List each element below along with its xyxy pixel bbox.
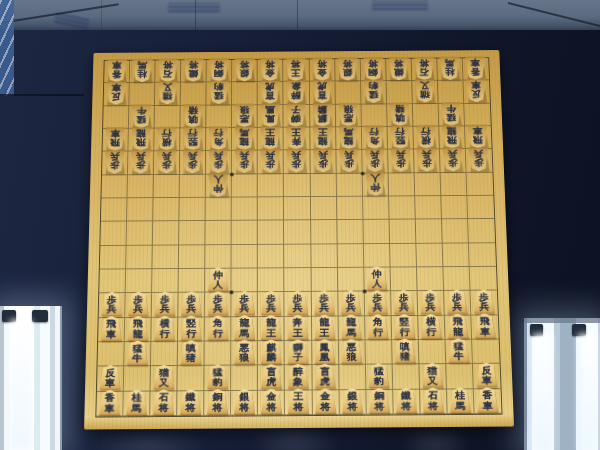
board-square: 猛豹 <box>205 366 232 391</box>
board-square: 歩兵 <box>102 152 128 175</box>
board-square: 麒麟 <box>258 341 285 366</box>
shogi-piece: 猫又 <box>152 365 175 391</box>
board-square: 悪狼 <box>338 340 365 365</box>
board-square <box>364 244 391 268</box>
board-square: 歩兵 <box>99 293 126 317</box>
board-square: 飛龍 <box>125 317 152 342</box>
board-square: 龍王 <box>310 127 336 150</box>
piece-kanji: 醉 <box>291 92 301 101</box>
board-square: 獅子 <box>285 341 312 366</box>
board-square <box>388 173 415 197</box>
board-square: 歩兵 <box>391 291 418 315</box>
piece-kanji: 王 <box>318 128 328 137</box>
piece-kanji: 車 <box>112 84 122 93</box>
piece-kanji: 仲 <box>370 183 380 192</box>
piece-kanji: 王 <box>266 328 276 337</box>
board-square: 歩兵 <box>205 293 232 317</box>
piece-kanji: 歩 <box>136 162 146 171</box>
piece-kanji: 歩 <box>162 161 172 170</box>
piece-kanji: 虎 <box>266 378 276 387</box>
piece-kanji: 子 <box>293 353 303 362</box>
board-square <box>310 173 336 197</box>
piece-kanji: 麒 <box>266 343 276 352</box>
piece-kanji: 王 <box>320 328 330 337</box>
piece-kanji: 狼 <box>239 353 249 362</box>
piece-kanji: 王 <box>266 128 276 137</box>
board-square: 石将 <box>150 391 177 416</box>
fluorescent-light-left <box>0 306 62 450</box>
piece-kanji: 嗔 <box>400 342 410 351</box>
glass-glare <box>400 425 470 450</box>
board-square: 嗔猪 <box>387 104 413 127</box>
piece-kanji: 龍 <box>447 127 457 136</box>
piece-kanji: 仲 <box>213 271 223 280</box>
board-square: 猛牛 <box>129 106 155 129</box>
piece-kanji: 鐵 <box>189 70 199 79</box>
shogi-piece: 歩兵 <box>393 290 416 315</box>
piece-kanji: 龍 <box>346 318 356 327</box>
piece-kanji: 鐵 <box>394 68 404 77</box>
piece-kanji: 歩 <box>188 161 198 170</box>
shogi-piece: 歩兵 <box>313 290 335 315</box>
piece-kanji: 又 <box>163 84 173 93</box>
piece-kanji: 狼 <box>347 352 357 361</box>
piece-kanji: 猪 <box>188 106 198 115</box>
board-square: 盲虎 <box>312 365 339 390</box>
piece-kanji: 銀 <box>343 69 353 78</box>
piece-kanji: 龍 <box>136 129 146 138</box>
piece-kanji: 盲 <box>317 92 327 101</box>
board-square: 猛豹 <box>366 365 393 390</box>
piece-kanji: 石 <box>159 393 169 402</box>
piece-kanji: 龍 <box>240 319 250 328</box>
cabinet-seam <box>101 0 102 30</box>
piece-kanji: 馬 <box>455 401 465 411</box>
shogi-piece: 歩兵 <box>287 291 309 316</box>
board-square: 奔王 <box>285 316 312 341</box>
piece-kanji: 将 <box>293 402 303 412</box>
board-square <box>181 83 207 106</box>
board-square <box>389 220 416 244</box>
piece-kanji: 兵 <box>292 151 302 160</box>
shogi-piece: 竪行 <box>180 316 202 341</box>
piece-kanji: 兵 <box>346 304 356 313</box>
board-square <box>258 197 284 221</box>
board-square <box>128 175 154 199</box>
board-square <box>205 341 232 366</box>
piece-kanji: 銀 <box>347 392 357 401</box>
piece-kanji: 猛 <box>132 344 142 353</box>
board-square: 仲人 <box>362 173 389 197</box>
shogi-piece: 龍王 <box>260 315 282 340</box>
glass-glare <box>90 430 210 450</box>
board-square <box>284 220 310 244</box>
board-square <box>392 365 419 390</box>
shogi-piece: 飛車 <box>473 313 496 338</box>
piece-kanji: 盲 <box>266 92 276 101</box>
shogi-piece: 猛豹 <box>367 363 390 389</box>
board-square: 銀将 <box>232 60 258 83</box>
shogi-piece: 歩兵 <box>127 292 150 317</box>
board-square <box>438 81 464 104</box>
piece-kanji: 兵 <box>447 150 457 159</box>
piece-kanji: 馬 <box>343 128 353 137</box>
piece-kanji: 虎 <box>266 83 276 92</box>
shogi-piece: 猫又 <box>421 363 444 389</box>
piece-kanji: 行 <box>214 129 224 138</box>
piece-kanji: 将 <box>266 60 275 69</box>
piece-kanji: 豹 <box>368 82 378 91</box>
light-tube <box>533 334 552 450</box>
board-square: 横行 <box>151 317 178 342</box>
piece-kanji: 悪 <box>346 343 356 352</box>
board-square <box>390 243 417 267</box>
shogi-piece: 麒麟 <box>260 339 282 364</box>
shogi-piece: 香車 <box>98 390 121 416</box>
board-square: 猛牛 <box>124 342 151 367</box>
piece-kanji: 兵 <box>133 305 143 314</box>
piece-kanji: 行 <box>426 327 436 336</box>
piece-kanji: 麟 <box>317 105 327 114</box>
piece-kanji: 銅 <box>214 70 224 79</box>
board-square <box>311 244 338 268</box>
shogi-piece: 反車 <box>99 365 122 391</box>
board-square <box>361 104 387 127</box>
board-square: 銀将 <box>231 390 258 415</box>
board-square: 歩兵 <box>388 150 415 173</box>
board-square <box>99 269 126 293</box>
board-square <box>363 196 390 220</box>
shogi-piece: 仲人 <box>207 267 229 292</box>
board-square: 歩兵 <box>336 150 362 173</box>
board-square: 歩兵 <box>154 151 180 174</box>
piece-kanji: 兵 <box>266 304 276 313</box>
board-square <box>285 268 312 292</box>
piece-kanji: 人 <box>370 174 380 183</box>
board-square: 桂馬 <box>447 389 475 414</box>
piece-kanji: 嗔 <box>186 344 196 353</box>
board-square: 歩兵 <box>466 149 493 172</box>
board-square: 歩兵 <box>232 151 258 174</box>
board-square <box>468 219 495 243</box>
board-square: 反車 <box>97 367 124 392</box>
piece-kanji: 横 <box>162 138 172 147</box>
board-square <box>310 197 336 221</box>
piece-kanji: 人 <box>372 279 382 288</box>
piece-kanji: 悪 <box>343 114 353 123</box>
piece-kanji: 飛 <box>480 317 490 326</box>
board-square: 鐵将 <box>177 391 204 416</box>
piece-kanji: 馬 <box>240 129 250 138</box>
star-point <box>362 290 366 294</box>
piece-kanji: 猛 <box>446 113 456 122</box>
board-square <box>285 244 312 268</box>
piece-kanji: 車 <box>480 327 490 336</box>
board-square: 金将 <box>312 390 339 415</box>
shogi-piece: 飛龍 <box>446 314 469 339</box>
board-square: 麒麟 <box>310 104 336 127</box>
piece-kanji: 角 <box>369 137 379 146</box>
piece-kanji: 行 <box>421 127 431 136</box>
board-square <box>469 243 496 267</box>
piece-kanji: 麒 <box>317 114 327 123</box>
piece-kanji: 狼 <box>343 105 353 114</box>
piece-kanji: 将 <box>317 60 327 69</box>
light-tube <box>578 334 596 450</box>
board-square <box>179 269 206 293</box>
piece-kanji: 兵 <box>188 152 198 161</box>
board-square: 猫又 <box>412 81 438 104</box>
fixture-rail <box>524 318 600 323</box>
board-square: 歩兵 <box>417 291 444 315</box>
piece-kanji: 桂 <box>455 391 465 400</box>
piece-kanji: 兵 <box>422 150 432 159</box>
board-square <box>415 196 442 220</box>
board-square <box>152 269 179 293</box>
board-square <box>467 196 494 220</box>
piece-kanji: 兵 <box>474 150 484 159</box>
board-square <box>126 269 153 293</box>
piece-kanji: 龍 <box>266 319 276 328</box>
piece-kanji: 車 <box>112 61 122 70</box>
piece-kanji: 猪 <box>186 354 196 363</box>
piece-kanji: 兵 <box>479 303 489 312</box>
board-square <box>100 222 127 246</box>
shogi-piece: 歩兵 <box>180 291 202 316</box>
board-square: 歩兵 <box>258 292 285 316</box>
piece-kanji: 金 <box>317 69 327 78</box>
board-square <box>311 268 338 292</box>
shogi-piece: 歩兵 <box>366 290 389 315</box>
piece-kanji: 車 <box>473 127 483 136</box>
board-square <box>466 172 493 196</box>
piece-kanji: 飛 <box>447 136 457 145</box>
piece-kanji: 猪 <box>400 352 410 361</box>
piece-kanji: 兵 <box>240 152 250 161</box>
piece-kanji: 金 <box>266 69 275 78</box>
piece-kanji: 将 <box>419 59 429 68</box>
piece-kanji: 将 <box>428 401 438 411</box>
piece-kanji: 行 <box>162 129 172 138</box>
board-square: 金将 <box>309 59 335 82</box>
board-square: 歩兵 <box>338 292 365 316</box>
board-square: 仲人 <box>364 268 391 292</box>
shogi-piece: 猛牛 <box>447 338 470 363</box>
board-square: 竪行 <box>180 128 206 151</box>
board-square: 歩兵 <box>232 292 259 316</box>
piece-kanji: 猫 <box>163 93 173 102</box>
piece-kanji: 仲 <box>372 270 382 279</box>
board-square: 猛豹 <box>207 82 233 105</box>
shogi-piece: 横行 <box>153 316 175 341</box>
board-square <box>155 105 181 128</box>
shogi-piece: 香車 <box>476 387 499 413</box>
board-square <box>442 243 469 267</box>
piece-kanji: 鳳 <box>320 343 330 352</box>
board-square: 桂馬 <box>123 391 150 416</box>
board-square <box>179 221 206 245</box>
board-square: 横行 <box>418 315 445 340</box>
piece-kanji: 獅 <box>293 343 303 352</box>
piece-kanji: 馬 <box>445 59 455 68</box>
board-square: 飛龍 <box>445 315 472 340</box>
board-square: 龍王 <box>312 316 339 341</box>
board-square: 鐵将 <box>181 60 207 83</box>
shogi-piece: 歩兵 <box>154 291 176 316</box>
museum-photo-scene: 香車桂馬石将鐵将銅将銀将金将王将金将銀将銅将鐵将石将桂馬香車反車猫又猛豹盲虎醉象… <box>0 0 600 450</box>
piece-kanji: 横 <box>421 137 431 146</box>
board-square <box>101 175 128 199</box>
piece-kanji: 猫 <box>420 91 430 100</box>
piece-kanji: 銅 <box>212 393 222 402</box>
board-square: 猛牛 <box>445 340 473 365</box>
shogi-piece: 悪狼 <box>233 340 255 365</box>
piece-kanji: 将 <box>266 402 276 412</box>
board-square <box>363 220 390 244</box>
cabinet-seam <box>297 0 298 30</box>
shogi-piece: 飛龍 <box>127 316 150 341</box>
board-square <box>129 83 155 106</box>
side-glass-reflection <box>0 0 14 96</box>
piece-kanji: 牛 <box>132 354 142 363</box>
piece-kanji: 猪 <box>395 105 405 114</box>
piece-kanji: 横 <box>160 319 170 328</box>
board-square <box>390 267 417 291</box>
piece-kanji: 銀 <box>240 70 249 79</box>
piece-kanji: 悪 <box>240 343 250 352</box>
board-square <box>232 221 258 245</box>
board-square: 鐵将 <box>386 59 412 82</box>
board-square <box>335 82 361 105</box>
piece-kanji: 狼 <box>240 106 250 115</box>
board-square <box>180 174 206 198</box>
star-point <box>360 171 364 175</box>
board-square <box>337 244 364 268</box>
shogi-piece: 金将 <box>314 388 337 414</box>
piece-kanji: 歩 <box>110 162 120 171</box>
shogi-piece: 桂馬 <box>448 387 471 413</box>
board-square: 歩兵 <box>152 293 179 317</box>
piece-kanji: 又 <box>159 378 169 387</box>
board-square: 龍王 <box>258 317 285 342</box>
board-square <box>258 174 284 198</box>
board-square: 角行 <box>362 127 388 150</box>
board-square <box>311 220 338 244</box>
board-square: 歩兵 <box>440 149 467 172</box>
shogi-piece: 歩兵 <box>340 290 362 315</box>
board-square <box>338 268 365 292</box>
shogi-piece: 悪狼 <box>340 339 363 364</box>
board-square: 反車 <box>473 364 501 389</box>
piece-kanji: 石 <box>428 391 438 400</box>
board-square: 金将 <box>258 60 284 83</box>
shogi-piece: 石将 <box>422 388 445 414</box>
board-square <box>258 244 284 268</box>
shogi-piece: 歩兵 <box>207 291 229 316</box>
piece-kanji: 凰 <box>266 106 276 115</box>
board-square: 反車 <box>463 81 490 104</box>
shogi-piece: 歩兵 <box>473 289 496 314</box>
board-square: 獅子 <box>284 105 310 128</box>
board-square <box>103 106 129 129</box>
board-square: 歩兵 <box>364 292 391 316</box>
board-square: 醉象 <box>284 82 310 105</box>
piece-kanji: 桂 <box>445 68 455 77</box>
board-square: 桂馬 <box>437 58 463 81</box>
board-square <box>153 221 180 245</box>
shogi-piece: 猛牛 <box>126 340 149 365</box>
piece-kanji: 歩 <box>266 161 276 170</box>
piece-kanji: 銀 <box>239 393 249 402</box>
piece-kanji: 香 <box>112 70 122 79</box>
piece-kanji: 歩 <box>396 160 406 169</box>
piece-kanji: 将 <box>214 61 223 70</box>
board-square: 竪行 <box>178 317 205 342</box>
board-square: 横行 <box>154 128 180 151</box>
shogi-piece: 銅将 <box>368 388 391 414</box>
board-square <box>206 221 232 245</box>
piece-kanji: 奔 <box>293 318 303 327</box>
piece-kanji: 歩 <box>240 161 250 170</box>
board-square: 歩兵 <box>206 151 232 174</box>
piece-kanji: 龍 <box>133 329 143 338</box>
board-square: 銀将 <box>335 59 361 82</box>
board-square: 飛車 <box>103 129 129 152</box>
piece-kanji: 子 <box>291 105 301 114</box>
board-square: 猛牛 <box>438 103 465 126</box>
board-square <box>153 198 179 222</box>
piece-kanji: 車 <box>105 379 115 388</box>
shogi-piece: 桂馬 <box>125 390 148 416</box>
board-square <box>470 267 497 291</box>
piece-kanji: 将 <box>189 61 199 70</box>
board-square: 鳳凰 <box>312 341 339 366</box>
shogi-piece: 歩兵 <box>100 292 123 317</box>
board-square: 石将 <box>420 389 448 414</box>
board-square: 猫又 <box>155 83 181 106</box>
board-square <box>232 82 258 105</box>
board-square <box>284 197 310 221</box>
piece-kanji: 王 <box>292 128 302 137</box>
piece-kanji: 歩 <box>292 161 302 170</box>
piece-kanji: 馬 <box>346 328 356 337</box>
shogi-piece: 横行 <box>420 314 443 339</box>
board-square <box>151 342 178 367</box>
piece-kanji: 兵 <box>319 304 329 313</box>
board-square <box>127 198 154 222</box>
piece-kanji: 獅 <box>292 115 302 124</box>
shogi-piece: 鐵将 <box>179 389 202 415</box>
piece-kanji: 兵 <box>162 152 172 161</box>
board-square: 石将 <box>155 60 181 83</box>
board-square: 龍馬 <box>336 127 362 150</box>
board-square: 角行 <box>205 317 232 342</box>
board-square: 龍馬 <box>232 128 258 151</box>
board-square: 飛車 <box>471 315 499 340</box>
piece-kanji: 将 <box>394 59 404 68</box>
piece-kanji: 将 <box>368 60 378 69</box>
shogi-piece: 歩兵 <box>446 289 469 314</box>
piece-kanji: 行 <box>395 128 405 137</box>
shogi-piece: 獅子 <box>287 339 309 364</box>
piece-kanji: 悪 <box>240 115 250 124</box>
board-square: 歩兵 <box>444 291 471 315</box>
piece-kanji: 嗔 <box>395 114 405 123</box>
board-square: 飛車 <box>465 126 492 149</box>
shogi-piece: 龍馬 <box>340 314 363 339</box>
board-square: 竪行 <box>387 127 413 150</box>
board-square <box>206 105 232 128</box>
